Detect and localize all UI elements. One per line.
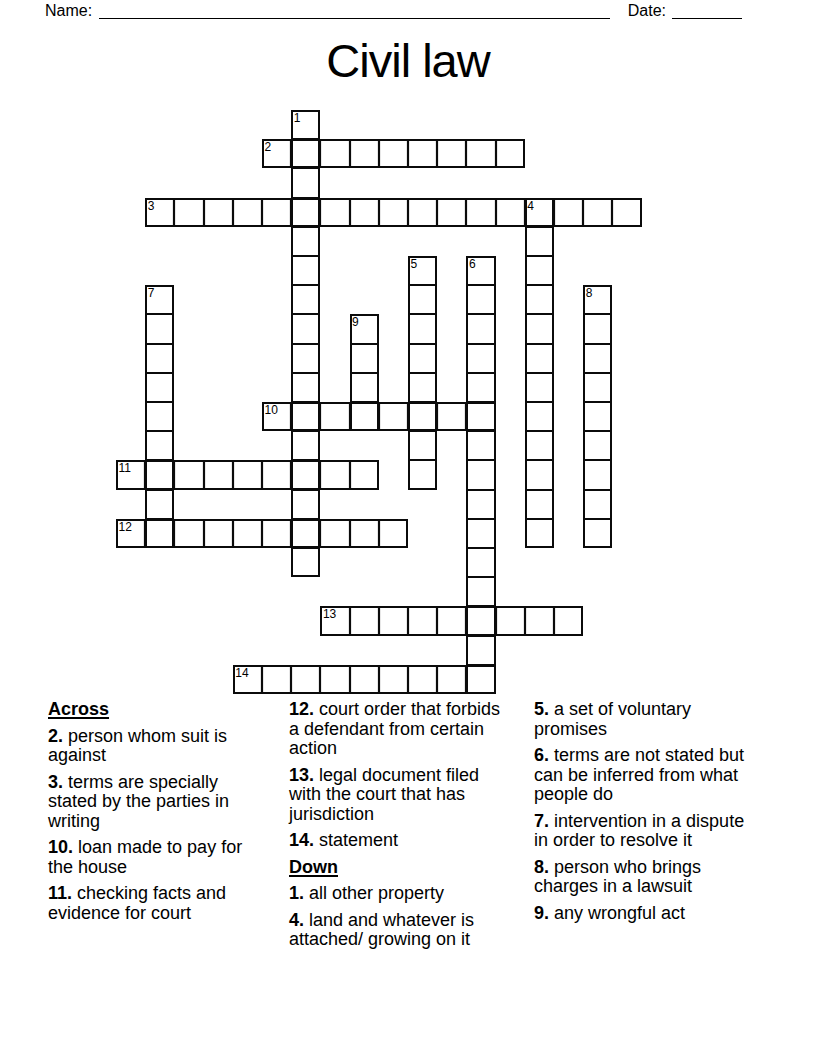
- clue-4-down: 4. land and whatever is attached/ growin…: [289, 911, 507, 950]
- clue-text: terms are not stated but can be inferred…: [534, 745, 744, 804]
- grid-cell-r7c16[interactable]: [583, 314, 612, 343]
- grid-cell-r14c4[interactable]: [233, 519, 262, 548]
- grid-cell-r11c14[interactable]: [525, 431, 554, 460]
- grid-cell-r11c6[interactable]: [291, 431, 320, 460]
- clue-3-across: 3. terms are specially stated by the par…: [48, 773, 259, 832]
- cell-number-6: 6: [466, 256, 475, 270]
- clue-number: 3.: [48, 772, 68, 792]
- clue-number: 13.: [289, 765, 319, 785]
- grid-cell-r5c14[interactable]: [525, 256, 554, 285]
- clues-column-2: 12. court order that forbids a defendant…: [289, 700, 507, 957]
- clue-7-down: 7. intervention in a dispute in order to…: [534, 812, 749, 851]
- clue-text: all other property: [309, 883, 444, 903]
- clue-number: 10.: [48, 837, 78, 857]
- cell-number-10: 10: [262, 402, 278, 416]
- date-blank-line[interactable]: [672, 5, 742, 19]
- clue-5-down: 5. a set of voluntary promises: [534, 700, 749, 739]
- grid-cell-r1c7[interactable]: [320, 139, 349, 168]
- grid-cell-r3c17[interactable]: [612, 198, 641, 227]
- clue-text: court order that forbids a defendant fro…: [289, 699, 500, 758]
- grid-cell-r1c13[interactable]: [496, 139, 525, 168]
- cell-number-8: 8: [583, 285, 592, 299]
- grid-cell-r17c10[interactable]: [408, 606, 437, 635]
- grid-cell-r6c14[interactable]: [525, 285, 554, 314]
- clue-13-across: 13. legal document filed with the court …: [289, 766, 507, 825]
- grid-cell-r19c11[interactable]: [437, 665, 466, 694]
- clue-number: 7.: [534, 811, 554, 831]
- grid-cell-r5c6[interactable]: [291, 256, 320, 285]
- grid-cell-r12c4[interactable]: [233, 460, 262, 489]
- grid-cell-r12c3[interactable]: [204, 460, 233, 489]
- down-header: Down: [289, 858, 507, 878]
- grid-cell-r15c12[interactable]: [466, 548, 495, 577]
- grid-cell-r12c12[interactable]: [466, 460, 495, 489]
- grid-cell-r10c12[interactable]: [466, 402, 495, 431]
- clue-number: 4.: [289, 910, 309, 930]
- cell-number-4: 4: [525, 198, 534, 212]
- grid-cell-r14c1[interactable]: [145, 519, 174, 548]
- cell-number-14: 14: [233, 665, 249, 679]
- clue-number: 5.: [534, 699, 554, 719]
- grid-cell-r3c12[interactable]: [466, 198, 495, 227]
- grid-cell-r10c10[interactable]: [408, 402, 437, 431]
- grid-cell-r17c15[interactable]: [554, 606, 583, 635]
- grid-cell-r1c11[interactable]: [437, 139, 466, 168]
- grid-cell-r14c9[interactable]: [379, 519, 408, 548]
- grid-cell-r1c6[interactable]: [291, 139, 320, 168]
- grid-cell-r7c14[interactable]: [525, 314, 554, 343]
- clue-text: person who brings charges in a lawsuit: [534, 857, 701, 897]
- grid-cell-r3c4[interactable]: [233, 198, 262, 227]
- clue-text: land and whatever is attached/ growing o…: [289, 910, 474, 950]
- clue-text: statement: [319, 830, 398, 850]
- date-label: Date:: [628, 2, 666, 20]
- grid-cell-r19c10[interactable]: [408, 665, 437, 694]
- grid-cell-r17c11[interactable]: [437, 606, 466, 635]
- grid-cell-r12c16[interactable]: [583, 460, 612, 489]
- grid-cell-r3c5[interactable]: [262, 198, 291, 227]
- grid-cell-r14c3[interactable]: [204, 519, 233, 548]
- grid-cell-r12c1[interactable]: [145, 460, 174, 489]
- grid-cell-r10c16[interactable]: [583, 402, 612, 431]
- grid-cell-r10c7[interactable]: [320, 402, 349, 431]
- grid-cell-r9c6[interactable]: [291, 373, 320, 402]
- grid-cell-r12c10[interactable]: [408, 460, 437, 489]
- grid-cell-r4c6[interactable]: [291, 227, 320, 256]
- grid-cell-r12c8[interactable]: [350, 460, 379, 489]
- grid-cell-r7c6[interactable]: [291, 314, 320, 343]
- grid-cell-r3c10[interactable]: [408, 198, 437, 227]
- grid-cell-r8c16[interactable]: [583, 344, 612, 373]
- worksheet-header: Name: Date:: [45, 0, 742, 20]
- grid-cell-r17c13[interactable]: [496, 606, 525, 635]
- grid-cell-r12c7[interactable]: [320, 460, 349, 489]
- cell-number-3: 3: [145, 198, 154, 212]
- grid-cell-r3c11[interactable]: [437, 198, 466, 227]
- grid-cell-r14c8[interactable]: [350, 519, 379, 548]
- grid-cell-r11c16[interactable]: [583, 431, 612, 460]
- grid-cell-r9c12[interactable]: [466, 373, 495, 402]
- grid-cell-r13c14[interactable]: [525, 490, 554, 519]
- grid-cell-r18c12[interactable]: [466, 636, 495, 665]
- grid-cell-r3c13[interactable]: [496, 198, 525, 227]
- grid-cell-r8c10[interactable]: [408, 344, 437, 373]
- clue-text: terms are specially stated by the partie…: [48, 772, 229, 831]
- grid-cell-r9c14[interactable]: [525, 373, 554, 402]
- clue-text: a set of voluntary promises: [534, 699, 691, 739]
- grid-cell-r13c6[interactable]: [291, 490, 320, 519]
- cell-number-5: 5: [408, 256, 417, 270]
- clue-number: 11.: [48, 883, 77, 903]
- grid-cell-r13c16[interactable]: [583, 490, 612, 519]
- grid-cell-r7c10[interactable]: [408, 314, 437, 343]
- grid-cell-r13c1[interactable]: [145, 490, 174, 519]
- grid-cell-r9c10[interactable]: [408, 373, 437, 402]
- grid-cell-r3c6[interactable]: [291, 198, 320, 227]
- grid-cell-r10c9[interactable]: [379, 402, 408, 431]
- cell-number-11: 11: [116, 460, 131, 474]
- grid-cell-r8c1[interactable]: [145, 344, 174, 373]
- grid-cell-r17c12[interactable]: [466, 606, 495, 635]
- crossword-grid: 1234567891011121314: [116, 110, 643, 695]
- clue-6-down: 6. terms are not stated but can be infer…: [534, 746, 749, 805]
- cell-number-13: 13: [320, 606, 336, 620]
- grid-cell-r10c11[interactable]: [437, 402, 466, 431]
- grid-cell-r14c6[interactable]: [291, 519, 320, 548]
- grid-cell-r8c12[interactable]: [466, 344, 495, 373]
- grid-cell-r19c9[interactable]: [379, 665, 408, 694]
- grid-cell-r14c2[interactable]: [174, 519, 203, 548]
- grid-cell-r7c12[interactable]: [466, 314, 495, 343]
- clue-9-down: 9. any wrongful act: [534, 904, 749, 924]
- clue-number: 8.: [534, 857, 554, 877]
- grid-cell-r1c12[interactable]: [466, 139, 495, 168]
- grid-cell-r19c12[interactable]: [466, 665, 495, 694]
- grid-cell-r14c12[interactable]: [466, 519, 495, 548]
- grid-cell-r9c8[interactable]: [350, 373, 379, 402]
- cell-number-9: 9: [350, 314, 359, 328]
- grid-cell-r10c14[interactable]: [525, 402, 554, 431]
- clue-1-down: 1. all other property: [289, 884, 507, 904]
- clue-number: 6.: [534, 745, 554, 765]
- grid-cell-r12c6[interactable]: [291, 460, 320, 489]
- clue-text: loan made to pay for the house: [48, 837, 242, 877]
- name-label: Name:: [45, 2, 92, 20]
- grid-cell-r12c5[interactable]: [262, 460, 291, 489]
- grid-cell-r3c9[interactable]: [379, 198, 408, 227]
- grid-cell-r10c1[interactable]: [145, 402, 174, 431]
- grid-cell-r13c12[interactable]: [466, 490, 495, 519]
- clue-12-across: 12. court order that forbids a defendant…: [289, 700, 507, 759]
- grid-cell-r11c10[interactable]: [408, 431, 437, 460]
- grid-cell-r19c5[interactable]: [262, 665, 291, 694]
- grid-cell-r3c7[interactable]: [320, 198, 349, 227]
- grid-cell-r9c1[interactable]: [145, 373, 174, 402]
- clue-number: 1.: [289, 883, 309, 903]
- grid-cell-r12c2[interactable]: [174, 460, 203, 489]
- clue-text: any wrongful act: [554, 903, 685, 923]
- grid-cell-r19c6[interactable]: [291, 665, 320, 694]
- clue-10-across: 10. loan made to pay for the house: [48, 838, 259, 877]
- cell-number-2: 2: [262, 139, 271, 153]
- clue-14-across: 14. statement: [289, 831, 507, 851]
- grid-cell-r9c16[interactable]: [583, 373, 612, 402]
- clue-8-down: 8. person who brings charges in a lawsui…: [534, 858, 749, 897]
- grid-cell-r10c8[interactable]: [350, 402, 379, 431]
- grid-cell-r15c6[interactable]: [291, 548, 320, 577]
- grid-cell-r3c2[interactable]: [174, 198, 203, 227]
- grid-cell-r19c7[interactable]: [320, 665, 349, 694]
- cell-number-7: 7: [145, 285, 154, 299]
- grid-cell-r11c1[interactable]: [145, 431, 174, 460]
- grid-cell-r8c14[interactable]: [525, 344, 554, 373]
- clue-number: 14.: [289, 830, 319, 850]
- grid-cell-r14c5[interactable]: [262, 519, 291, 548]
- grid-cell-r14c7[interactable]: [320, 519, 349, 548]
- grid-cell-r2c6[interactable]: [291, 168, 320, 197]
- grid-cell-r1c9[interactable]: [379, 139, 408, 168]
- grid-cell-r7c1[interactable]: [145, 314, 174, 343]
- clue-number: 2.: [48, 726, 68, 746]
- grid-cell-r8c6[interactable]: [291, 344, 320, 373]
- grid-cell-r17c8[interactable]: [350, 606, 379, 635]
- clues-column-1: Across2. person whom suit is against3. t…: [48, 700, 259, 930]
- grid-cell-r1c10[interactable]: [408, 139, 437, 168]
- grid-cell-r3c15[interactable]: [554, 198, 583, 227]
- grid-cell-r10c6[interactable]: [291, 402, 320, 431]
- grid-cell-r19c8[interactable]: [350, 665, 379, 694]
- grid-cell-r17c14[interactable]: [525, 606, 554, 635]
- clues-column-3: 5. a set of voluntary promises6. terms a…: [534, 700, 749, 930]
- grid-cell-r16c12[interactable]: [466, 577, 495, 606]
- grid-cell-r1c8[interactable]: [350, 139, 379, 168]
- puzzle-title: Civil law: [0, 33, 816, 88]
- grid-cell-r14c16[interactable]: [583, 519, 612, 548]
- grid-cell-r3c8[interactable]: [350, 198, 379, 227]
- grid-cell-r6c6[interactable]: [291, 285, 320, 314]
- clue-text: intervention in a dispute in order to re…: [534, 811, 744, 851]
- grid-cell-r12c14[interactable]: [525, 460, 554, 489]
- cell-number-12: 12: [116, 519, 132, 533]
- grid-cell-r11c12[interactable]: [466, 431, 495, 460]
- grid-cell-r4c14[interactable]: [525, 227, 554, 256]
- across-header: Across: [48, 700, 259, 720]
- grid-cell-r3c3[interactable]: [204, 198, 233, 227]
- cell-number-1: 1: [291, 110, 300, 124]
- clue-2-across: 2. person whom suit is against: [48, 727, 259, 766]
- name-blank-line[interactable]: [99, 5, 610, 19]
- grid-cell-r6c12[interactable]: [466, 285, 495, 314]
- clue-11-across: 11. checking facts and evidence for cour…: [48, 884, 259, 923]
- clue-text: person whom suit is against: [48, 726, 227, 766]
- worksheet-page: Name: Date: Civil law 123456789101112131…: [0, 0, 816, 1056]
- grid-cell-r17c9[interactable]: [379, 606, 408, 635]
- clue-number: 9.: [534, 903, 554, 923]
- grid-cell-r6c10[interactable]: [408, 285, 437, 314]
- grid-cell-r3c16[interactable]: [583, 198, 612, 227]
- grid-cell-r8c8[interactable]: [350, 344, 379, 373]
- grid-cell-r14c14[interactable]: [525, 519, 554, 548]
- clue-number: 12.: [289, 699, 319, 719]
